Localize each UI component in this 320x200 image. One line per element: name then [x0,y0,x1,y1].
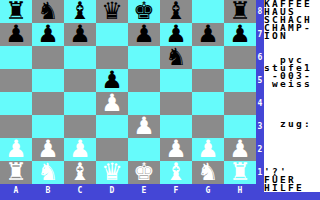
square-f4[interactable] [160,92,192,115]
rank-label-8: 8 [256,0,264,23]
square-h1[interactable]: ♜ [224,161,256,184]
file-label-c: C [64,185,96,195]
white-pawn-piece: ♟ [101,91,123,115]
white-knight-piece: ♞ [197,160,219,184]
file-label-a: A [0,185,32,195]
c64-chess-screen: ♜♞♝♛♚♝♜♟♟♟♟♟♟♟♞♟♟♟♟♟♟♟♟♟♜♞♝♛♚♝♞♜ 8765432… [0,0,320,200]
white-knight-piece: ♞ [37,160,59,184]
file-label-g: G [192,185,224,195]
square-e1[interactable]: ♚ [128,161,160,184]
white-pawn-piece: ♟ [133,114,155,138]
square-f6[interactable]: ♞ [160,46,192,69]
black-pawn-piece: ♟ [69,22,91,46]
square-e7[interactable]: ♟ [128,23,160,46]
square-h6[interactable] [224,46,256,69]
square-c6[interactable] [64,46,96,69]
white-queen-piece: ♛ [101,160,123,184]
square-b1[interactable]: ♞ [32,161,64,184]
square-b6[interactable] [32,46,64,69]
square-e6[interactable] [128,46,160,69]
square-c1[interactable]: ♝ [64,161,96,184]
black-pawn-piece: ♟ [197,22,219,46]
rank-label-1: 1 [256,161,264,184]
white-king-piece: ♚ [133,160,155,184]
file-label-b: B [32,185,64,195]
square-a6[interactable] [0,46,32,69]
rank-label-5: 5 [256,69,264,92]
square-a4[interactable] [0,92,32,115]
file-label-d: D [96,185,128,195]
white-bishop-piece: ♝ [69,160,91,184]
white-rook-piece: ♜ [229,160,251,184]
square-a1[interactable]: ♜ [0,161,32,184]
white-rook-piece: ♜ [5,160,27,184]
square-f1[interactable]: ♝ [160,161,192,184]
rank-label-2: 2 [256,138,264,161]
square-g7[interactable]: ♟ [192,23,224,46]
square-g6[interactable] [192,46,224,69]
square-b7[interactable]: ♟ [32,23,64,46]
square-b4[interactable] [32,92,64,115]
square-g1[interactable]: ♞ [192,161,224,184]
square-a7[interactable]: ♟ [0,23,32,46]
square-h4[interactable] [224,92,256,115]
square-c7[interactable]: ♟ [64,23,96,46]
rank-label-7: 7 [256,23,264,46]
help-line-2: HILFE [264,184,304,192]
chess-board: ♜♞♝♛♚♝♜♟♟♟♟♟♟♟♞♟♟♟♟♟♟♟♟♟♜♞♝♛♚♝♞♜ [0,0,256,184]
square-c5[interactable] [64,69,96,92]
square-f5[interactable] [160,69,192,92]
square-b5[interactable] [32,69,64,92]
square-h7[interactable]: ♟ [224,23,256,46]
square-d4[interactable]: ♟ [96,92,128,115]
square-h5[interactable] [224,69,256,92]
square-c4[interactable] [64,92,96,115]
rank-label-3: 3 [256,115,264,138]
square-a5[interactable] [0,69,32,92]
black-knight-piece: ♞ [165,45,187,69]
side-to-move-label: weiss [272,80,312,88]
black-pawn-piece: ♟ [229,22,251,46]
square-g5[interactable] [192,69,224,92]
square-d1[interactable]: ♛ [96,161,128,184]
square-e3[interactable]: ♟ [128,115,160,138]
square-d7[interactable] [96,23,128,46]
rank-label-4: 4 [256,92,264,115]
black-pawn-piece: ♟ [133,22,155,46]
title-line-5: ION [264,32,288,40]
black-pawn-piece: ♟ [5,22,27,46]
file-label-f: F [160,185,192,195]
move-prompt: zug: [280,120,312,128]
square-g4[interactable] [192,92,224,115]
square-d3[interactable] [96,115,128,138]
square-d8[interactable]: ♛ [96,0,128,23]
black-queen-piece: ♛ [101,0,123,23]
black-pawn-piece: ♟ [37,22,59,46]
rank-label-6: 6 [256,46,264,69]
square-e5[interactable] [128,69,160,92]
file-label-e: E [128,185,160,195]
file-label-h: H [224,185,256,195]
white-bishop-piece: ♝ [165,160,187,184]
